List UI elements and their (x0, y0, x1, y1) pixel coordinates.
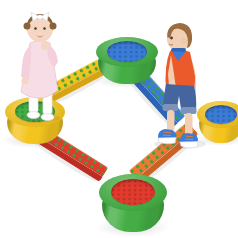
girl-left-shoe (27, 112, 40, 119)
boy-left-leg (167, 110, 175, 132)
boy-eye (170, 37, 173, 40)
stepping-stone-bottom (99, 174, 167, 232)
boy-right-sole (180, 142, 198, 148)
girl-hand-at-chin (41, 42, 49, 50)
girl-right-eye (43, 27, 46, 30)
boy-cuff-left (163, 104, 179, 111)
girl-left-hand (21, 77, 28, 84)
girl-hair-tuft-left (24, 23, 31, 30)
boy-mouth (169, 45, 173, 46)
toddler-girl (4, 10, 76, 126)
boy-ear (182, 39, 186, 43)
boy-left-sole (158, 138, 176, 144)
girl-left-eye (34, 27, 37, 30)
toddler-boy (138, 18, 230, 150)
girl-hair-tuft-right (50, 23, 57, 30)
boy-cuff-right (181, 107, 197, 114)
product-photo-scene (0, 0, 238, 238)
boy-right-leg (185, 113, 193, 136)
girl-bow-knot (38, 15, 42, 19)
girl-right-shoe (41, 114, 54, 121)
